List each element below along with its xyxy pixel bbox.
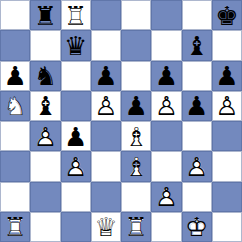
square-b5[interactable]: ♝ [30,91,60,121]
square-c4[interactable]: ♟ [61,121,91,151]
square-g3[interactable]: ♟♙ [182,151,212,181]
piece-outline-layer: ♗ [124,154,147,180]
piece-outline-layer: ♙ [155,184,178,210]
piece-outline-layer: ♙ [155,93,178,119]
square-g5[interactable]: ♟ [182,91,212,121]
piece-black-pawn[interactable]: ♟ [61,121,91,151]
piece-white-rook[interactable]: ♜♖ [0,212,30,242]
square-e8[interactable] [121,0,151,30]
square-a1[interactable]: ♜♖ [0,212,30,242]
piece-outline-layer: ♙ [64,154,87,180]
square-d3[interactable] [91,151,121,181]
piece-black-pawn[interactable]: ♟ [91,61,121,91]
square-c1[interactable] [61,212,91,242]
piece-outline-layer: ♙ [215,93,238,119]
square-g4[interactable] [182,121,212,151]
piece-black-queen[interactable]: ♛ [61,30,91,60]
square-a4[interactable] [0,121,30,151]
piece-white-pawn[interactable]: ♟♙ [212,91,242,121]
square-a2[interactable] [0,182,30,212]
square-c3[interactable]: ♟♙ [61,151,91,181]
piece-white-knight[interactable]: ♞♘ [0,91,30,121]
piece-black-pawn[interactable]: ♟ [212,61,242,91]
square-b1[interactable] [30,212,60,242]
piece-white-pawn[interactable]: ♟♙ [151,182,181,212]
square-e4[interactable]: ♝♗ [121,121,151,151]
piece-outline-layer: ♘ [3,93,26,119]
square-e5[interactable]: ♟ [121,91,151,121]
square-h4[interactable] [212,121,242,151]
square-a7[interactable] [0,30,30,60]
square-e3[interactable]: ♝♗ [121,151,151,181]
square-e6[interactable] [121,61,151,91]
square-e1[interactable]: ♜♖ [121,212,151,242]
square-f1[interactable] [151,212,181,242]
square-g2[interactable] [182,182,212,212]
square-a6[interactable]: ♟ [0,61,30,91]
piece-black-pawn[interactable]: ♟ [182,91,212,121]
piece-black-knight[interactable]: ♞ [30,61,60,91]
piece-outline-layer: ♙ [185,154,208,180]
square-a3[interactable] [0,151,30,181]
square-g7[interactable]: ♝ [182,30,212,60]
piece-white-king[interactable]: ♚♔ [182,212,212,242]
square-c7[interactable]: ♛ [61,30,91,60]
piece-outline-layer: ♗ [124,124,147,150]
square-d1[interactable]: ♛♕ [91,212,121,242]
piece-white-queen[interactable]: ♛♕ [91,212,121,242]
piece-white-rook[interactable]: ♜♖ [61,0,91,30]
square-h5[interactable]: ♟♙ [212,91,242,121]
square-g1[interactable]: ♚♔ [182,212,212,242]
square-b8[interactable]: ♜ [30,0,60,30]
square-e7[interactable] [121,30,151,60]
piece-black-rook[interactable]: ♜ [30,0,60,30]
piece-black-king[interactable]: ♚ [212,0,242,30]
square-f3[interactable] [151,151,181,181]
square-f7[interactable] [151,30,181,60]
piece-black-pawn[interactable]: ♟ [121,91,151,121]
piece-outline-layer: ♖ [3,214,26,240]
piece-outline-layer: ♕ [94,214,117,240]
piece-black-bishop[interactable]: ♝ [30,91,60,121]
square-d4[interactable] [91,121,121,151]
piece-white-pawn[interactable]: ♟♙ [61,151,91,181]
piece-white-pawn[interactable]: ♟♙ [91,91,121,121]
square-e2[interactable] [121,182,151,212]
square-d5[interactable]: ♟♙ [91,91,121,121]
square-f2[interactable]: ♟♙ [151,182,181,212]
square-d2[interactable] [91,182,121,212]
piece-white-pawn[interactable]: ♟♙ [151,91,181,121]
square-d8[interactable] [91,0,121,30]
square-b7[interactable] [30,30,60,60]
square-c2[interactable] [61,182,91,212]
piece-black-bishop[interactable]: ♝ [182,30,212,60]
square-b6[interactable]: ♞ [30,61,60,91]
square-b4[interactable]: ♟♙ [30,121,60,151]
square-f8[interactable] [151,0,181,30]
square-c5[interactable] [61,91,91,121]
piece-outline-layer: ♔ [185,214,208,240]
piece-black-pawn[interactable]: ♟ [151,61,181,91]
square-g8[interactable] [182,0,212,30]
square-c8[interactable]: ♜♖ [61,0,91,30]
square-h3[interactable] [212,151,242,181]
piece-black-pawn[interactable]: ♟ [0,61,30,91]
piece-outline-layer: ♖ [124,214,147,240]
square-f5[interactable]: ♟♙ [151,91,181,121]
piece-white-pawn[interactable]: ♟♙ [182,151,212,181]
square-a8[interactable] [0,0,30,30]
square-d7[interactable] [91,30,121,60]
square-h2[interactable] [212,182,242,212]
square-h8[interactable]: ♚ [212,0,242,30]
square-b3[interactable] [30,151,60,181]
square-g6[interactable] [182,61,212,91]
square-a5[interactable]: ♞♘ [0,91,30,121]
piece-outline-layer: ♖ [64,3,87,29]
piece-white-pawn[interactable]: ♟♙ [30,121,60,151]
square-b2[interactable] [30,182,60,212]
square-h1[interactable] [212,212,242,242]
square-f4[interactable] [151,121,181,151]
square-f6[interactable]: ♟ [151,61,181,91]
chess-board: ♜♜♖♚♛♝♟♞♟♟♟♞♘♝♟♙♟♟♙♟♟♙♟♙♟♝♗♟♙♝♗♟♙♟♙♜♖♛♕♜… [0,0,242,242]
square-h7[interactable] [212,30,242,60]
piece-outline-layer: ♙ [34,124,57,150]
square-h6[interactable]: ♟ [212,61,242,91]
square-c6[interactable] [61,61,91,91]
piece-white-bishop[interactable]: ♝♗ [121,121,151,151]
piece-white-bishop[interactable]: ♝♗ [121,151,151,181]
piece-white-rook[interactable]: ♜♖ [121,212,151,242]
piece-outline-layer: ♙ [94,93,117,119]
square-d6[interactable]: ♟ [91,61,121,91]
